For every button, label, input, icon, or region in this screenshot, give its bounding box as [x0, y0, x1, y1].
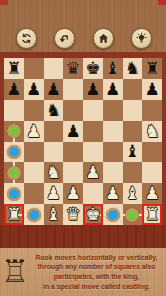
black-knight-c6: ♞: [46, 102, 61, 119]
tutorial-footer: ♖ Rook moves horizontally or vertically,…: [0, 248, 166, 296]
square-e3[interactable]: ♟: [83, 162, 103, 183]
square-c7[interactable]: ♟: [44, 79, 64, 100]
white-queen-d1: ♛: [66, 206, 81, 223]
white-pawn-e3: ♟: [85, 164, 100, 181]
square-d3[interactable]: [63, 162, 83, 183]
square-g7[interactable]: [123, 79, 143, 100]
move-marker-g1-green[interactable]: [125, 208, 139, 222]
tutorial-text-line: participates, with the king,: [30, 272, 163, 282]
square-c3[interactable]: ♞: [44, 162, 64, 183]
square-f7[interactable]: ♟: [103, 79, 123, 100]
move-marker-a5-green[interactable]: [7, 124, 21, 138]
black-rook-h8: ♜: [145, 60, 160, 77]
black-pawn-h7: ♟: [145, 81, 160, 98]
square-c6[interactable]: ♞: [44, 100, 64, 121]
square-d6[interactable]: [63, 100, 83, 121]
white-bishop-c1: ♝: [46, 206, 61, 223]
white-knight-h5: ♞: [145, 123, 160, 140]
toolbar: [0, 0, 166, 52]
lightbulb-icon: [135, 32, 148, 45]
square-g2[interactable]: ♝: [123, 183, 143, 204]
white-pawn-f2: ♟: [105, 185, 120, 202]
white-rook-h1: ♜: [145, 206, 160, 223]
square-h5[interactable]: ♞: [142, 121, 162, 142]
square-g5[interactable]: [123, 121, 143, 142]
square-a1[interactable]: ♜: [4, 204, 24, 225]
tutorial-text: Rook moves horizontally or vertically, t…: [30, 253, 166, 291]
restart-button[interactable]: [16, 28, 37, 49]
rook-icon: ♖: [0, 256, 30, 287]
square-e7[interactable]: ♟: [83, 79, 103, 100]
square-d1[interactable]: ♛: [63, 204, 83, 225]
black-pawn-e7: ♟: [85, 81, 100, 98]
square-b2[interactable]: [24, 183, 44, 204]
square-h2[interactable]: ♟: [142, 183, 162, 204]
square-h8[interactable]: ♜: [142, 58, 162, 79]
black-bishop-f8: ♝: [105, 60, 120, 77]
move-marker-b1-blue[interactable]: [27, 208, 41, 222]
square-h7[interactable]: ♟: [142, 79, 162, 100]
square-e5[interactable]: [83, 121, 103, 142]
move-marker-a2-blue[interactable]: [7, 187, 21, 201]
black-queen-d8: ♛: [66, 60, 81, 77]
square-c5[interactable]: [44, 121, 64, 142]
square-a7[interactable]: ♟: [4, 79, 24, 100]
square-c4[interactable]: [44, 142, 64, 163]
square-e4[interactable]: [83, 142, 103, 163]
white-knight-c3: ♞: [46, 164, 61, 181]
black-pawn-b7: ♟: [26, 81, 41, 98]
square-c8[interactable]: [44, 58, 64, 79]
square-e2[interactable]: [83, 183, 103, 204]
square-f3[interactable]: [103, 162, 123, 183]
square-d7[interactable]: [63, 79, 83, 100]
black-pawn-d5: ♟: [66, 123, 81, 140]
square-b6[interactable]: [24, 100, 44, 121]
black-pawn-c7: ♟: [46, 81, 61, 98]
square-f4[interactable]: [103, 142, 123, 163]
square-b3[interactable]: [24, 162, 44, 183]
tutorial-text-line: in a special move called castling.: [30, 282, 163, 292]
square-f5[interactable]: [103, 121, 123, 142]
square-b5[interactable]: ♟: [24, 121, 44, 142]
white-pawn-h2: ♟: [145, 185, 160, 202]
square-c2[interactable]: ♟: [44, 183, 64, 204]
square-d4[interactable]: [63, 142, 83, 163]
square-a8[interactable]: ♜: [4, 58, 24, 79]
refresh-icon: [20, 32, 33, 45]
move-marker-a4-blue[interactable]: [7, 145, 21, 159]
square-b4[interactable]: [24, 142, 44, 163]
square-a6[interactable]: [4, 100, 24, 121]
square-f2[interactable]: ♟: [103, 183, 123, 204]
square-g4[interactable]: ♝: [123, 142, 143, 163]
square-g6[interactable]: [123, 100, 143, 121]
home-icon: [97, 32, 110, 45]
square-b8[interactable]: [24, 58, 44, 79]
board-frame-bottom: [0, 225, 166, 248]
square-h3[interactable]: [142, 162, 162, 183]
black-knight-g8: ♞: [125, 60, 140, 77]
tutorial-text-line: through any number of squares also: [30, 262, 163, 272]
home-button[interactable]: [93, 28, 114, 49]
square-g3[interactable]: [123, 162, 143, 183]
hint-button[interactable]: [131, 28, 152, 49]
black-king-e8: ♚: [85, 60, 100, 77]
black-pawn-a7: ♟: [6, 81, 21, 98]
black-pawn-f7: ♟: [105, 81, 120, 98]
square-e8[interactable]: ♚: [83, 58, 103, 79]
undo-button[interactable]: [54, 28, 75, 49]
white-king-e1: ♚: [85, 206, 100, 223]
square-f6[interactable]: [103, 100, 123, 121]
white-pawn-c2: ♟: [46, 185, 61, 202]
move-marker-a3-green[interactable]: [7, 166, 21, 180]
white-pawn-b5: ♟: [26, 123, 41, 140]
chess-tutorial-screen: ♜♛♚♝♞♜♟♟♟♟♟♟♞♟♟♞♝♞♟♟♟♟♝♟♜♝♛♚♜ ♖ Rook mov…: [0, 0, 166, 296]
white-bishop-g2: ♝: [125, 185, 140, 202]
square-d2[interactable]: ♟: [63, 183, 83, 204]
square-b7[interactable]: ♟: [24, 79, 44, 100]
square-e1[interactable]: ♚: [83, 204, 103, 225]
black-bishop-g4: ♝: [125, 143, 140, 160]
square-h6[interactable]: [142, 100, 162, 121]
white-pawn-d2: ♟: [66, 185, 81, 202]
tutorial-text-line: Rook moves horizontally or vertically,: [30, 253, 163, 263]
undo-arrow-icon: [58, 32, 71, 45]
move-marker-f1-blue[interactable]: [106, 208, 120, 222]
square-h1[interactable]: ♜: [142, 204, 162, 225]
square-c1[interactable]: ♝: [44, 204, 64, 225]
square-h4[interactable]: [142, 142, 162, 163]
board-frame-right: [162, 52, 166, 248]
black-rook-a8: ♜: [6, 60, 21, 77]
white-rook-a1: ♜: [6, 206, 21, 223]
square-f8[interactable]: ♝: [103, 58, 123, 79]
square-d5[interactable]: ♟: [63, 121, 83, 142]
square-e6[interactable]: [83, 100, 103, 121]
square-g8[interactable]: ♞: [123, 58, 143, 79]
square-d8[interactable]: ♛: [63, 58, 83, 79]
chess-board: ♜♛♚♝♞♜♟♟♟♟♟♟♞♟♟♞♝♞♟♟♟♟♝♟♜♝♛♚♜: [4, 58, 162, 225]
